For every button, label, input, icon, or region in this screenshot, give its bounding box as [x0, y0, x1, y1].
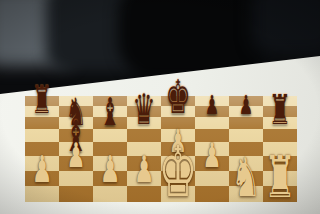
- square-g5: [229, 129, 263, 142]
- square-h6: [263, 117, 297, 129]
- square-a2: [25, 171, 59, 186]
- square-f8: [195, 96, 229, 106]
- square-a7: [25, 106, 59, 117]
- square-e7: [161, 106, 195, 117]
- square-c2: [93, 171, 127, 186]
- square-b4: [59, 142, 93, 156]
- square-g3: [229, 156, 263, 171]
- square-e8: [161, 96, 195, 106]
- square-f3: [195, 156, 229, 171]
- square-h2: [263, 171, 297, 186]
- chess-board: [25, 96, 297, 202]
- square-c4: [93, 142, 127, 156]
- square-g2: [229, 171, 263, 186]
- square-g4: [229, 142, 263, 156]
- square-b8: [59, 96, 93, 106]
- square-d6: [127, 117, 161, 129]
- square-c5: [93, 129, 127, 142]
- square-d3: [127, 156, 161, 171]
- square-d7: [127, 106, 161, 117]
- square-d2: [127, 171, 161, 186]
- square-g6: [229, 117, 263, 129]
- square-e2: [161, 171, 195, 186]
- chess-photo-scene: ♜♚♟♟♞♝♛♜♝♟♟♟♟♟♟♚♞♜: [0, 0, 320, 214]
- square-b6: [59, 117, 93, 129]
- square-f5: [195, 129, 229, 142]
- square-a4: [25, 142, 59, 156]
- background-wall: [0, 0, 74, 66]
- square-a6: [25, 117, 59, 129]
- square-g8: [229, 96, 263, 106]
- square-b7: [59, 106, 93, 117]
- square-d1: [127, 186, 161, 202]
- square-d4: [127, 142, 161, 156]
- square-e1: [161, 186, 195, 202]
- square-a1: [25, 186, 59, 202]
- square-h8: [263, 96, 297, 106]
- square-e5: [161, 129, 195, 142]
- square-c8: [93, 96, 127, 106]
- square-h3: [263, 156, 297, 171]
- square-c1: [93, 186, 127, 202]
- square-e6: [161, 117, 195, 129]
- background-person-right-shoulder: [252, 0, 320, 54]
- square-d5: [127, 129, 161, 142]
- square-a3: [25, 156, 59, 171]
- square-f2: [195, 171, 229, 186]
- square-g1: [229, 186, 263, 202]
- square-h1: [263, 186, 297, 202]
- square-e4: [161, 142, 195, 156]
- square-a8: [25, 96, 59, 106]
- square-b3: [59, 156, 93, 171]
- square-g7: [229, 106, 263, 117]
- square-c7: [93, 106, 127, 117]
- square-f4: [195, 142, 229, 156]
- square-d8: [127, 96, 161, 106]
- square-c6: [93, 117, 127, 129]
- square-f1: [195, 186, 229, 202]
- square-b2: [59, 171, 93, 186]
- square-a5: [25, 129, 59, 142]
- square-c3: [93, 156, 127, 171]
- square-e3: [161, 156, 195, 171]
- square-h4: [263, 142, 297, 156]
- square-f6: [195, 117, 229, 129]
- square-b5: [59, 129, 93, 142]
- square-b1: [59, 186, 93, 202]
- square-h5: [263, 129, 297, 142]
- square-h7: [263, 106, 297, 117]
- background-person-left-arm: [46, 0, 148, 72]
- square-f7: [195, 106, 229, 117]
